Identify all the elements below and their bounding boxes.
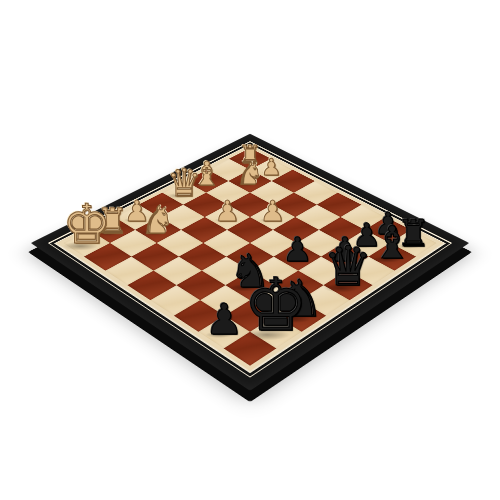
black-bishop-b8[interactable]: ♝ bbox=[372, 221, 412, 266]
white-knight-b2[interactable]: ♞ bbox=[236, 159, 263, 190]
white-king-h1[interactable]: ♚ bbox=[62, 198, 111, 252]
black-pawn-h7[interactable]: ♟ bbox=[205, 298, 243, 340]
white-queen-d1[interactable]: ♛ bbox=[167, 164, 201, 202]
pieces-layer: ♜♟♞♝♛♟♟♟♞♜♟♚♜♟♝♟♟♛♞♞♚♟ bbox=[0, 0, 500, 500]
white-knight-f2[interactable]: ♞ bbox=[141, 201, 175, 239]
white-pawn-d3[interactable]: ♟ bbox=[215, 197, 241, 226]
white-pawn-a2[interactable]: ♟ bbox=[261, 156, 282, 179]
black-queen-d8[interactable]: ♛ bbox=[324, 240, 373, 295]
chess-set-photo: ♜♟♞♝♛♟♟♟♞♜♟♚♜♟♝♟♟♛♞♞♚♟ bbox=[0, 0, 500, 500]
white-pawn-c4[interactable]: ♟ bbox=[260, 197, 286, 226]
black-pawn-d6[interactable]: ♟ bbox=[282, 232, 312, 265]
black-king-g8[interactable]: ♚ bbox=[243, 269, 308, 341]
